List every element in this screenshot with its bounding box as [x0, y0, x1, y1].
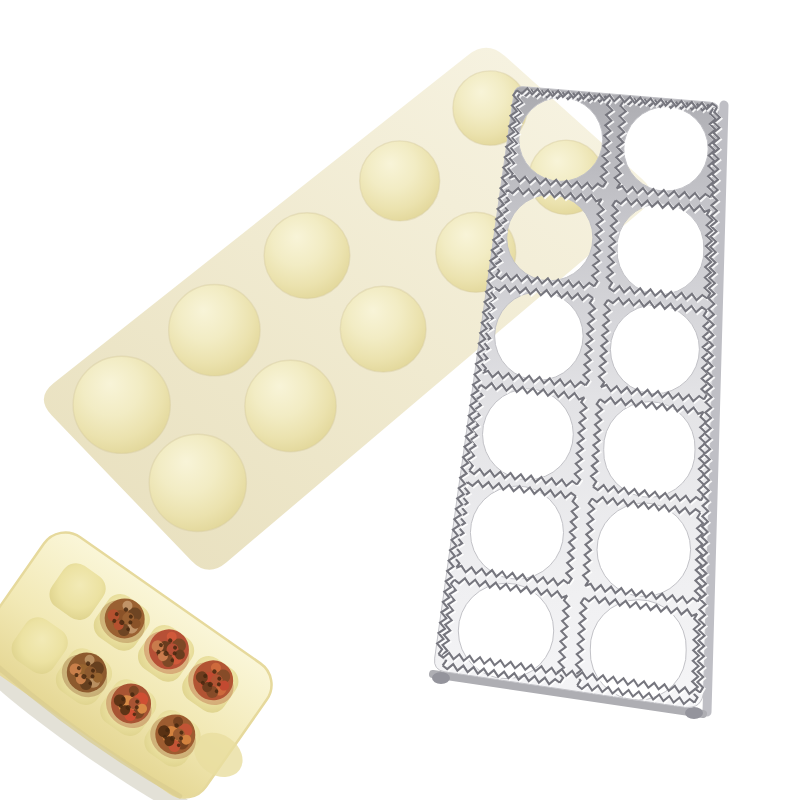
product-photo: [0, 0, 800, 800]
tray-dimple: [340, 286, 426, 372]
tray-dimple: [360, 141, 440, 221]
scene-canvas: [0, 0, 800, 800]
press-foot: [685, 707, 703, 719]
tray-dimple: [149, 434, 246, 531]
tray-dimple: [264, 213, 350, 299]
press-foot: [432, 672, 450, 684]
dough-inset: [0, 522, 300, 800]
tray-dimple: [245, 360, 336, 451]
tray-dimple: [73, 356, 170, 453]
tray-dimple: [169, 285, 260, 376]
